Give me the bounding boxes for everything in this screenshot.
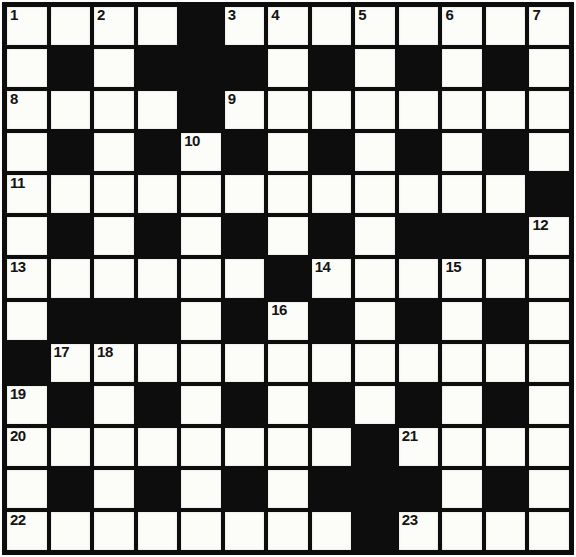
white-cell-r5c8[interactable] [312, 175, 352, 213]
white-cell-r6c5[interactable] [181, 217, 221, 255]
white-cell-r9c3[interactable]: 18 [94, 344, 134, 382]
black-cell-r13c9 [355, 512, 395, 550]
black-cell-r2c2 [51, 49, 91, 87]
white-cell-r7c12[interactable] [486, 259, 526, 297]
white-cell-r7c3[interactable] [94, 259, 134, 297]
white-cell-r4c1[interactable] [7, 133, 47, 171]
black-cell-r4c6 [225, 133, 265, 171]
black-cell-r2c10 [399, 49, 439, 87]
white-cell-r11c11[interactable] [442, 428, 482, 466]
white-cell-r7c9[interactable] [355, 259, 395, 297]
black-cell-r10c10 [399, 386, 439, 424]
black-cell-r6c2 [51, 217, 91, 255]
white-cell-r13c5[interactable] [181, 512, 221, 550]
clue-number-11: 11 [10, 175, 25, 191]
white-cell-r9c4[interactable] [138, 344, 178, 382]
white-cell-r6c13[interactable]: 12 [529, 217, 569, 255]
clue-number-17: 17 [54, 344, 70, 360]
white-cell-r7c6[interactable] [225, 259, 265, 297]
white-cell-r9c9[interactable] [355, 344, 395, 382]
white-cell-r9c6[interactable] [225, 344, 265, 382]
black-cell-r10c6 [225, 386, 265, 424]
clue-number-20: 20 [10, 428, 26, 444]
black-cell-r7c7 [268, 259, 308, 297]
white-cell-r4c7[interactable] [268, 133, 308, 171]
white-cell-r5c6[interactable] [225, 175, 265, 213]
white-cell-r13c13[interactable] [529, 512, 569, 550]
black-cell-r10c2 [51, 386, 91, 424]
clue-number-16: 16 [271, 302, 287, 318]
white-cell-r13c8[interactable] [312, 512, 352, 550]
white-cell-r7c8[interactable]: 14 [312, 259, 352, 297]
white-cell-r12c7[interactable] [268, 470, 308, 508]
white-cell-r6c7[interactable] [268, 217, 308, 255]
clue-number-15: 15 [445, 259, 461, 275]
white-cell-r2c1[interactable] [7, 49, 47, 87]
white-cell-r3c11[interactable] [442, 91, 482, 129]
clue-number-9: 9 [228, 91, 236, 107]
white-cell-r2c11[interactable] [442, 49, 482, 87]
white-cell-r1c1[interactable]: 1 [7, 7, 47, 45]
white-cell-r3c3[interactable] [94, 91, 134, 129]
white-cell-r12c13[interactable] [529, 470, 569, 508]
white-cell-r2c9[interactable] [355, 49, 395, 87]
white-cell-r7c1[interactable]: 13 [7, 259, 47, 297]
clue-number-7: 7 [532, 7, 540, 23]
white-cell-r7c5[interactable] [181, 259, 221, 297]
crossword-grid: 1234567891011121314151617181920212223 [2, 2, 574, 555]
clue-number-5: 5 [358, 7, 366, 23]
white-cell-r3c9[interactable] [355, 91, 395, 129]
black-cell-r8c2 [51, 302, 91, 340]
black-cell-r2c5 [181, 49, 221, 87]
white-cell-r5c11[interactable] [442, 175, 482, 213]
black-cell-r4c8 [312, 133, 352, 171]
white-cell-r13c10[interactable]: 23 [399, 512, 439, 550]
white-cell-r10c1[interactable]: 19 [7, 386, 47, 424]
white-cell-r4c3[interactable] [94, 133, 134, 171]
white-cell-r10c9[interactable] [355, 386, 395, 424]
black-cell-r8c6 [225, 302, 265, 340]
white-cell-r5c5[interactable] [181, 175, 221, 213]
black-cell-r2c4 [138, 49, 178, 87]
clue-number-6: 6 [445, 7, 453, 23]
black-cell-r10c4 [138, 386, 178, 424]
white-cell-r4c13[interactable] [529, 133, 569, 171]
white-cell-r8c7[interactable]: 16 [268, 302, 308, 340]
black-cell-r8c10 [399, 302, 439, 340]
white-cell-r11c12[interactable] [486, 428, 526, 466]
clue-number-21: 21 [402, 428, 418, 444]
white-cell-r9c12[interactable] [486, 344, 526, 382]
white-cell-r1c13[interactable]: 7 [529, 7, 569, 45]
black-cell-r2c8 [312, 49, 352, 87]
white-cell-r9c7[interactable] [268, 344, 308, 382]
clue-number-23: 23 [402, 512, 418, 528]
white-cell-r2c13[interactable] [529, 49, 569, 87]
white-cell-r12c11[interactable] [442, 470, 482, 508]
white-cell-r6c9[interactable] [355, 217, 395, 255]
white-cell-r2c3[interactable] [94, 49, 134, 87]
white-cell-r10c11[interactable] [442, 386, 482, 424]
white-cell-r11c2[interactable] [51, 428, 91, 466]
white-cell-r7c13[interactable] [529, 259, 569, 297]
white-cell-r1c2[interactable] [51, 7, 91, 45]
white-cell-r7c2[interactable] [51, 259, 91, 297]
white-cell-r7c11[interactable]: 15 [442, 259, 482, 297]
black-cell-r4c2 [51, 133, 91, 171]
white-cell-r13c1[interactable]: 22 [7, 512, 47, 550]
white-cell-r11c6[interactable] [225, 428, 265, 466]
clue-number-12: 12 [532, 217, 548, 233]
white-cell-r12c3[interactable] [94, 470, 134, 508]
white-cell-r1c4[interactable] [138, 7, 178, 45]
black-cell-r12c2 [51, 470, 91, 508]
clue-number-14: 14 [315, 259, 331, 275]
white-cell-r3c4[interactable] [138, 91, 178, 129]
black-cell-r10c12 [486, 386, 526, 424]
clue-number-3: 3 [228, 7, 236, 23]
white-cell-r9c5[interactable] [181, 344, 221, 382]
white-cell-r13c11[interactable] [442, 512, 482, 550]
black-cell-r2c6 [225, 49, 265, 87]
white-cell-r9c13[interactable] [529, 344, 569, 382]
white-cell-r5c1[interactable]: 11 [7, 175, 47, 213]
white-cell-r6c3[interactable] [94, 217, 134, 255]
white-cell-r13c12[interactable] [486, 512, 526, 550]
white-cell-r10c5[interactable] [181, 386, 221, 424]
white-cell-r10c13[interactable] [529, 386, 569, 424]
white-cell-r5c3[interactable] [94, 175, 134, 213]
white-cell-r8c1[interactable] [7, 302, 47, 340]
white-cell-r1c6[interactable]: 3 [225, 7, 265, 45]
white-cell-r7c4[interactable] [138, 259, 178, 297]
black-cell-r11c9 [355, 428, 395, 466]
white-cell-r5c7[interactable] [268, 175, 308, 213]
clue-number-10: 10 [184, 133, 200, 149]
white-cell-r11c10[interactable]: 21 [399, 428, 439, 466]
black-cell-r6c11 [442, 217, 482, 255]
black-cell-r5c13 [529, 175, 569, 213]
white-cell-r6c1[interactable] [7, 217, 47, 255]
black-cell-r8c8 [312, 302, 352, 340]
clue-number-4: 4 [271, 7, 279, 23]
white-cell-r11c4[interactable] [138, 428, 178, 466]
black-cell-r4c4 [138, 133, 178, 171]
black-cell-r12c6 [225, 470, 265, 508]
clue-number-19: 19 [10, 386, 26, 402]
white-cell-r9c10[interactable] [399, 344, 439, 382]
white-cell-r7c10[interactable] [399, 259, 439, 297]
black-cell-r1c5 [181, 7, 221, 45]
black-cell-r4c10 [399, 133, 439, 171]
white-cell-r13c6[interactable] [225, 512, 265, 550]
black-cell-r8c4 [138, 302, 178, 340]
white-cell-r10c7[interactable] [268, 386, 308, 424]
white-cell-r1c10[interactable] [399, 7, 439, 45]
white-cell-r1c9[interactable]: 5 [355, 7, 395, 45]
black-cell-r6c4 [138, 217, 178, 255]
white-cell-r3c7[interactable] [268, 91, 308, 129]
white-cell-r3c12[interactable] [486, 91, 526, 129]
white-cell-r13c3[interactable] [94, 512, 134, 550]
black-cell-r12c4 [138, 470, 178, 508]
white-cell-r3c13[interactable] [529, 91, 569, 129]
black-cell-r8c12 [486, 302, 526, 340]
white-cell-r5c2[interactable] [51, 175, 91, 213]
white-cell-r1c3[interactable]: 2 [94, 7, 134, 45]
black-cell-r12c10 [399, 470, 439, 508]
white-cell-r11c13[interactable] [529, 428, 569, 466]
black-cell-r2c12 [486, 49, 526, 87]
white-cell-r13c4[interactable] [138, 512, 178, 550]
white-cell-r8c13[interactable] [529, 302, 569, 340]
white-cell-r10c3[interactable] [94, 386, 134, 424]
clue-number-8: 8 [10, 91, 18, 107]
clue-number-1: 1 [10, 7, 18, 23]
scanned-crossword-page: 1234567891011121314151617181920212223 [0, 0, 576, 557]
black-cell-r6c12 [486, 217, 526, 255]
white-cell-r3c10[interactable] [399, 91, 439, 129]
white-cell-r13c2[interactable] [51, 512, 91, 550]
white-cell-r4c5[interactable]: 10 [181, 133, 221, 171]
clue-number-22: 22 [10, 512, 26, 528]
clue-number-18: 18 [97, 344, 113, 360]
black-cell-r12c9 [355, 470, 395, 508]
white-cell-r8c11[interactable] [442, 302, 482, 340]
white-cell-r5c12[interactable] [486, 175, 526, 213]
white-cell-r1c7[interactable]: 4 [268, 7, 308, 45]
white-cell-r11c7[interactable] [268, 428, 308, 466]
white-cell-r8c5[interactable] [181, 302, 221, 340]
white-cell-r1c12[interactable] [486, 7, 526, 45]
black-cell-r3c5 [181, 91, 221, 129]
white-cell-r8c9[interactable] [355, 302, 395, 340]
white-cell-r4c11[interactable] [442, 133, 482, 171]
white-cell-r12c1[interactable] [7, 470, 47, 508]
clue-number-2: 2 [97, 7, 105, 23]
white-cell-r11c3[interactable] [94, 428, 134, 466]
white-cell-r3c6[interactable]: 9 [225, 91, 265, 129]
white-cell-r2c7[interactable] [268, 49, 308, 87]
white-cell-r1c8[interactable] [312, 7, 352, 45]
white-cell-r5c4[interactable] [138, 175, 178, 213]
white-cell-r3c2[interactable] [51, 91, 91, 129]
white-cell-r9c2[interactable]: 17 [51, 344, 91, 382]
white-cell-r13c7[interactable] [268, 512, 308, 550]
black-cell-r10c8 [312, 386, 352, 424]
black-cell-r6c6 [225, 217, 265, 255]
black-cell-r9c1 [7, 344, 47, 382]
black-cell-r8c3 [94, 302, 134, 340]
white-cell-r3c8[interactable] [312, 91, 352, 129]
white-cell-r3c1[interactable]: 8 [7, 91, 47, 129]
white-cell-r12c5[interactable] [181, 470, 221, 508]
clue-number-13: 13 [10, 259, 26, 275]
black-cell-r6c8 [312, 217, 352, 255]
white-cell-r11c5[interactable] [181, 428, 221, 466]
black-cell-r12c8 [312, 470, 352, 508]
black-cell-r4c12 [486, 133, 526, 171]
white-cell-r9c8[interactable] [312, 344, 352, 382]
white-cell-r11c1[interactable]: 20 [7, 428, 47, 466]
black-cell-r12c12 [486, 470, 526, 508]
white-cell-r4c9[interactable] [355, 133, 395, 171]
white-cell-r5c9[interactable] [355, 175, 395, 213]
black-cell-r6c10 [399, 217, 439, 255]
white-cell-r11c8[interactable] [312, 428, 352, 466]
white-cell-r5c10[interactable] [399, 175, 439, 213]
white-cell-r1c11[interactable]: 6 [442, 7, 482, 45]
white-cell-r9c11[interactable] [442, 344, 482, 382]
